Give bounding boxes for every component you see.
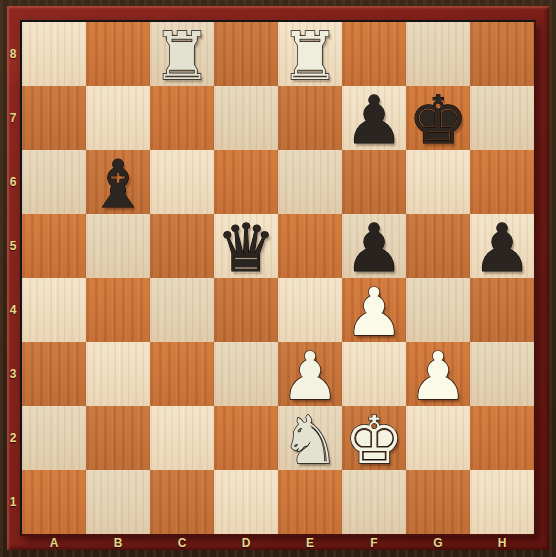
square-g1[interactable] [406, 470, 470, 534]
square-e2[interactable]: ♞ [278, 406, 342, 470]
rank-label-7: 7 [6, 86, 20, 150]
file-label-b: B [86, 535, 150, 550]
file-label-f: F [342, 535, 406, 550]
square-c7[interactable] [150, 86, 214, 150]
square-c5[interactable] [150, 214, 214, 278]
white-pawn-f4[interactable]: ♟ [344, 280, 403, 346]
square-e6[interactable] [278, 150, 342, 214]
square-b6[interactable]: ♝ [86, 150, 150, 214]
white-king-f2[interactable]: ♚ [344, 408, 403, 474]
black-pawn-f5[interactable]: ♟ [344, 216, 403, 282]
square-g3[interactable]: ♟ [406, 342, 470, 406]
square-b7[interactable] [86, 86, 150, 150]
square-a8[interactable] [22, 22, 86, 86]
square-h3[interactable] [470, 342, 534, 406]
black-king-g7[interactable]: ♚ [408, 88, 467, 154]
square-d4[interactable] [214, 278, 278, 342]
square-g8[interactable] [406, 22, 470, 86]
file-label-g: G [406, 535, 470, 550]
rank-label-2: 2 [6, 406, 20, 470]
square-f1[interactable] [342, 470, 406, 534]
black-pawn-h5[interactable]: ♟ [472, 216, 531, 282]
square-d5[interactable]: ♛ [214, 214, 278, 278]
rank-label-4: 4 [6, 278, 20, 342]
square-g2[interactable] [406, 406, 470, 470]
square-a4[interactable] [22, 278, 86, 342]
square-h1[interactable] [470, 470, 534, 534]
square-g6[interactable] [406, 150, 470, 214]
square-b2[interactable] [86, 406, 150, 470]
square-d3[interactable] [214, 342, 278, 406]
square-f2[interactable]: ♚ [342, 406, 406, 470]
square-e3[interactable]: ♟ [278, 342, 342, 406]
white-knight-e2[interactable]: ♞ [280, 408, 339, 474]
square-c3[interactable] [150, 342, 214, 406]
file-label-c: C [150, 535, 214, 550]
square-g4[interactable] [406, 278, 470, 342]
square-f4[interactable]: ♟ [342, 278, 406, 342]
square-a6[interactable] [22, 150, 86, 214]
square-b3[interactable] [86, 342, 150, 406]
square-d1[interactable] [214, 470, 278, 534]
square-b1[interactable] [86, 470, 150, 534]
square-e4[interactable] [278, 278, 342, 342]
square-g7[interactable]: ♚ [406, 86, 470, 150]
square-h2[interactable] [470, 406, 534, 470]
rank-label-6: 6 [6, 150, 20, 214]
square-h5[interactable]: ♟ [470, 214, 534, 278]
rank-label-8: 8 [6, 22, 20, 86]
square-f8[interactable] [342, 22, 406, 86]
square-c8[interactable]: ♜ [150, 22, 214, 86]
file-label-h: H [470, 535, 534, 550]
square-d6[interactable] [214, 150, 278, 214]
square-a7[interactable] [22, 86, 86, 150]
chess-board: ♜♜♟♚♝♛♟♟♟♟♟♞♚ [20, 20, 536, 536]
square-a3[interactable] [22, 342, 86, 406]
square-b8[interactable] [86, 22, 150, 86]
square-f5[interactable]: ♟ [342, 214, 406, 278]
white-rook-e8[interactable]: ♜ [280, 24, 339, 90]
white-pawn-g3[interactable]: ♟ [408, 344, 467, 410]
square-a1[interactable] [22, 470, 86, 534]
file-label-d: D [214, 535, 278, 550]
square-d2[interactable] [214, 406, 278, 470]
square-d8[interactable] [214, 22, 278, 86]
square-d7[interactable] [214, 86, 278, 150]
square-h8[interactable] [470, 22, 534, 86]
rank-label-3: 3 [6, 342, 20, 406]
square-h7[interactable] [470, 86, 534, 150]
square-b4[interactable] [86, 278, 150, 342]
square-c4[interactable] [150, 278, 214, 342]
square-h6[interactable] [470, 150, 534, 214]
file-label-e: E [278, 535, 342, 550]
square-b5[interactable] [86, 214, 150, 278]
square-a5[interactable] [22, 214, 86, 278]
black-bishop-b6[interactable]: ♝ [88, 152, 147, 218]
file-label-a: A [22, 535, 86, 550]
square-e8[interactable]: ♜ [278, 22, 342, 86]
square-f3[interactable] [342, 342, 406, 406]
square-g5[interactable] [406, 214, 470, 278]
square-h4[interactable] [470, 278, 534, 342]
square-c1[interactable] [150, 470, 214, 534]
black-queen-d5[interactable]: ♛ [216, 216, 275, 282]
rank-label-1: 1 [6, 470, 20, 534]
rank-label-5: 5 [6, 214, 20, 278]
square-e5[interactable] [278, 214, 342, 278]
square-f6[interactable] [342, 150, 406, 214]
square-c6[interactable] [150, 150, 214, 214]
white-rook-c8[interactable]: ♜ [152, 24, 211, 90]
square-c2[interactable] [150, 406, 214, 470]
square-a2[interactable] [22, 406, 86, 470]
white-pawn-e3[interactable]: ♟ [280, 344, 339, 410]
black-pawn-f7[interactable]: ♟ [344, 88, 403, 154]
square-e7[interactable] [278, 86, 342, 150]
square-f7[interactable]: ♟ [342, 86, 406, 150]
chessboard-widget: ♜♜♟♚♝♛♟♟♟♟♟♞♚ 87654321ABCDEFGH [0, 0, 556, 557]
square-e1[interactable] [278, 470, 342, 534]
